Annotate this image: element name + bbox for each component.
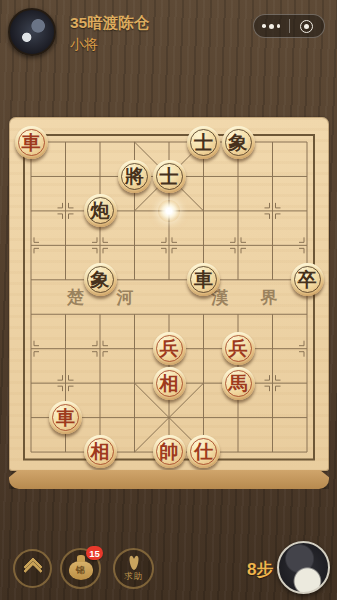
board-intersection[interactable]	[186, 297, 221, 331]
board-intersection[interactable]	[255, 194, 290, 228]
board-intersection[interactable]	[14, 263, 49, 297]
piece-glyph: 馬	[229, 373, 248, 392]
player-rank: 小将	[70, 36, 98, 54]
puzzle-title: 35暗渡陈仓	[70, 13, 149, 34]
piece-black-車[interactable]: 車	[187, 263, 220, 296]
board-intersection[interactable]	[117, 125, 152, 159]
piece-red-仕[interactable]: 仕	[187, 435, 220, 468]
board-intersection[interactable]	[14, 194, 49, 228]
board-intersection[interactable]	[117, 366, 152, 400]
piece-red-相[interactable]: 相	[84, 435, 117, 468]
board-intersection[interactable]	[255, 400, 290, 434]
board-intersection[interactable]	[290, 194, 325, 228]
board-intersection[interactable]	[117, 297, 152, 331]
board-intersection[interactable]	[255, 125, 290, 159]
opponent-avatar[interactable]	[277, 541, 330, 594]
board-intersection[interactable]	[117, 194, 152, 228]
board-intersection[interactable]	[14, 435, 49, 469]
piece-red-車[interactable]: 車	[15, 126, 48, 159]
piece-black-卒[interactable]: 卒	[291, 263, 324, 296]
wechat-capsule	[253, 14, 325, 38]
piece-glyph: 兵	[160, 339, 179, 358]
board-intersection[interactable]	[290, 331, 325, 365]
player-avatar[interactable]	[8, 8, 56, 56]
board-intersection[interactable]: 車	[14, 125, 49, 159]
board-intersection[interactable]	[48, 297, 83, 331]
board-intersection[interactable]	[152, 297, 187, 331]
board-intersection[interactable]	[117, 331, 152, 365]
board-intersection[interactable]: 將	[117, 159, 152, 193]
piece-glyph: 兵	[229, 339, 248, 358]
xiangqi-board: 楚 河 漢 界 車士象將士炮象車卒兵兵相馬車相帥仕	[9, 117, 329, 471]
piece-red-車[interactable]: 車	[49, 401, 82, 434]
board-intersection[interactable]	[255, 159, 290, 193]
more-icon	[262, 24, 280, 29]
board-intersection[interactable]	[186, 331, 221, 365]
board-intersection[interactable]: 兵	[152, 331, 187, 365]
board-intersection[interactable]	[83, 331, 118, 365]
board-intersection[interactable]	[83, 400, 118, 434]
board-intersection[interactable]	[117, 435, 152, 469]
expand-menu-button[interactable]	[13, 549, 52, 588]
board-intersection[interactable]: 車	[48, 400, 83, 434]
steps-counter: 8步	[247, 558, 273, 581]
board-intersection[interactable]	[117, 400, 152, 434]
board-intersection[interactable]	[255, 228, 290, 262]
money-bag-icon: 锦	[69, 561, 93, 580]
piece-red-兵[interactable]: 兵	[222, 332, 255, 365]
piece-glyph: 帥	[160, 442, 179, 461]
piece-glyph: 將	[125, 166, 144, 185]
board-intersection[interactable]: 相	[83, 435, 118, 469]
board-intersection[interactable]: 仕	[186, 435, 221, 469]
piece-red-兵[interactable]: 兵	[153, 332, 186, 365]
board-intersection[interactable]	[290, 297, 325, 331]
board-intersection[interactable]: 士	[186, 125, 221, 159]
board-intersection[interactable]	[221, 263, 256, 297]
board-intersection[interactable]	[221, 228, 256, 262]
hint-count-badge: 15	[86, 546, 103, 560]
piece-glyph: 士	[160, 166, 179, 185]
board-intersection[interactable]	[14, 297, 49, 331]
piece-glyph: 卒	[298, 270, 317, 289]
board-intersection[interactable]	[290, 228, 325, 262]
board-intersection[interactable]	[221, 297, 256, 331]
board-intersection[interactable]	[290, 125, 325, 159]
board-intersection[interactable]: 炮	[83, 194, 118, 228]
board-intersection[interactable]	[48, 159, 83, 193]
piece-glyph: 象	[229, 132, 248, 151]
board-intersection[interactable]	[221, 400, 256, 434]
piece-glyph: 仕	[194, 442, 213, 461]
more-button[interactable]	[254, 15, 289, 37]
board-intersection[interactable]	[83, 297, 118, 331]
piece-black-士[interactable]: 士	[187, 126, 220, 159]
board-intersection[interactable]	[186, 366, 221, 400]
piece-black-將[interactable]: 將	[118, 160, 151, 193]
board-intersection[interactable]	[83, 125, 118, 159]
board-intersection[interactable]	[152, 400, 187, 434]
board-intersection[interactable]	[290, 366, 325, 400]
piece-glyph: 士	[194, 132, 213, 151]
board-intersection[interactable]	[48, 228, 83, 262]
board-intersection[interactable]	[255, 297, 290, 331]
piece-red-馬[interactable]: 馬	[222, 367, 255, 400]
piece-glyph: 相	[160, 373, 179, 392]
piece-glyph: 車	[22, 132, 41, 151]
app-root: 35暗渡陈仓 小将 楚 河 漢 界 車士象將士炮象車卒兵兵相馬車相帥仕 锦 15…	[0, 0, 337, 600]
board-intersection[interactable]: 士	[152, 159, 187, 193]
board-intersection[interactable]	[255, 331, 290, 365]
hint-bag-button[interactable]: 锦 15	[60, 548, 101, 589]
piece-glyph: 象	[91, 270, 110, 289]
piece-black-象[interactable]: 象	[84, 263, 117, 296]
board-intersection[interactable]	[221, 194, 256, 228]
board-intersection[interactable]: 帥	[152, 435, 187, 469]
board-intersection[interactable]	[152, 125, 187, 159]
board-intersection[interactable]	[117, 228, 152, 262]
piece-glyph: 相	[91, 442, 110, 461]
board-intersection[interactable]	[152, 228, 187, 262]
board-intersection[interactable]	[14, 331, 49, 365]
piece-black-象[interactable]: 象	[222, 126, 255, 159]
board-intersection[interactable]	[221, 159, 256, 193]
board-intersection[interactable]	[48, 366, 83, 400]
board-intersection[interactable]: 卒	[290, 263, 325, 297]
board-intersection[interactable]: 象	[221, 125, 256, 159]
board-intersection[interactable]	[48, 263, 83, 297]
piece-glyph: 車	[56, 408, 75, 427]
board-3d-edge	[9, 470, 329, 489]
board-intersection[interactable]	[14, 228, 49, 262]
board-intersection[interactable]	[186, 400, 221, 434]
piece-glyph: 炮	[91, 201, 110, 220]
board-intersection[interactable]: 馬	[221, 366, 256, 400]
praying-hands-icon	[129, 556, 139, 570]
board-intersection[interactable]: 兵	[221, 331, 256, 365]
bag-label: 锦	[76, 564, 85, 577]
piece-red-相[interactable]: 相	[153, 367, 186, 400]
board-intersection[interactable]	[186, 194, 221, 228]
close-button[interactable]	[290, 15, 325, 37]
piece-black-士[interactable]: 士	[153, 160, 186, 193]
piece-glyph: 車	[194, 270, 213, 289]
board-intersection[interactable]	[255, 435, 290, 469]
board-intersection[interactable]	[152, 194, 187, 228]
board-intersection[interactable]	[48, 435, 83, 469]
board-intersection[interactable]	[83, 366, 118, 400]
board-intersection[interactable]	[83, 228, 118, 262]
board-intersection[interactable]	[290, 435, 325, 469]
ask-help-button[interactable]: 求助	[113, 548, 154, 589]
close-icon	[300, 20, 313, 33]
board-intersection[interactable]	[117, 263, 152, 297]
board-intersection[interactable]: 相	[152, 366, 187, 400]
board-intersection[interactable]	[255, 263, 290, 297]
board-intersection[interactable]	[221, 435, 256, 469]
board-intersection[interactable]	[186, 228, 221, 262]
board-intersection[interactable]	[48, 125, 83, 159]
board-intersection[interactable]: 車	[186, 263, 221, 297]
board-intersection[interactable]	[186, 159, 221, 193]
board-intersection[interactable]	[48, 194, 83, 228]
board-intersection[interactable]	[14, 159, 49, 193]
help-label: 求助	[124, 571, 143, 583]
piece-black-炮[interactable]: 炮	[84, 194, 117, 227]
board-intersection[interactable]	[255, 366, 290, 400]
board-intersection[interactable]	[290, 159, 325, 193]
board-intersection[interactable]	[48, 331, 83, 365]
board-intersection[interactable]	[152, 263, 187, 297]
board-intersections: 車士象將士炮象車卒兵兵相馬車相帥仕	[14, 125, 325, 469]
board-intersection[interactable]	[14, 400, 49, 434]
board-intersection[interactable]	[14, 366, 49, 400]
board-intersection[interactable]: 象	[83, 263, 118, 297]
piece-red-帥[interactable]: 帥	[153, 435, 186, 468]
board-intersection[interactable]	[290, 400, 325, 434]
board-intersection[interactable]	[83, 159, 118, 193]
